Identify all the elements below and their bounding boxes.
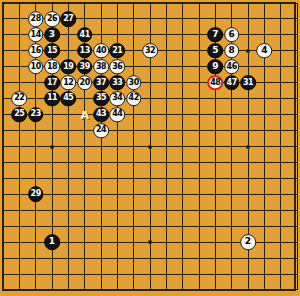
board-intersection[interactable] <box>224 170 240 186</box>
board-intersection[interactable] <box>77 250 93 266</box>
board-intersection[interactable] <box>28 234 44 250</box>
stone-black-9[interactable]: 9 <box>208 59 224 75</box>
board-intersection[interactable] <box>289 43 300 59</box>
board-intersection[interactable] <box>256 139 272 155</box>
board-intersection[interactable] <box>0 202 11 218</box>
board-intersection[interactable] <box>0 234 11 250</box>
board-intersection[interactable] <box>191 218 207 234</box>
board-intersection[interactable] <box>224 282 240 296</box>
stone-white-46[interactable]: 46 <box>224 59 240 75</box>
board-intersection[interactable] <box>175 186 191 202</box>
board-intersection[interactable] <box>28 75 44 91</box>
board-intersection[interactable] <box>60 0 76 11</box>
board-intersection[interactable] <box>11 123 27 139</box>
board-intersection[interactable] <box>240 170 256 186</box>
board-intersection[interactable] <box>289 186 300 202</box>
board-intersection[interactable] <box>28 91 44 107</box>
board-intersection[interactable] <box>158 282 174 296</box>
board-intersection[interactable] <box>273 59 289 75</box>
stone-black-25[interactable]: 25 <box>12 107 28 123</box>
board-intersection[interactable] <box>158 11 174 27</box>
board-intersection[interactable] <box>93 170 109 186</box>
board-intersection[interactable] <box>224 250 240 266</box>
stone-white-2[interactable]: 2 <box>240 234 256 250</box>
board-intersection[interactable] <box>191 27 207 43</box>
board-intersection[interactable] <box>256 170 272 186</box>
board-intersection[interactable] <box>256 282 272 296</box>
board-intersection[interactable] <box>224 218 240 234</box>
board-intersection[interactable] <box>142 75 158 91</box>
board-intersection[interactable] <box>109 282 125 296</box>
board-intersection[interactable] <box>175 282 191 296</box>
board-intersection[interactable] <box>256 11 272 27</box>
board-intersection[interactable] <box>256 27 272 43</box>
board-intersection[interactable] <box>240 0 256 11</box>
board-intersection[interactable] <box>142 282 158 296</box>
board-intersection[interactable] <box>273 107 289 123</box>
board-intersection[interactable] <box>93 139 109 155</box>
board-intersection[interactable] <box>191 154 207 170</box>
board-intersection[interactable] <box>126 234 142 250</box>
board-intersection[interactable] <box>44 170 60 186</box>
stone-white-32[interactable]: 32 <box>142 43 158 59</box>
stone-black-3[interactable]: 3 <box>44 27 60 43</box>
board-intersection[interactable] <box>60 107 76 123</box>
board-intersection[interactable] <box>273 27 289 43</box>
board-intersection[interactable] <box>207 139 223 155</box>
board-intersection[interactable] <box>60 250 76 266</box>
board-intersection[interactable] <box>191 75 207 91</box>
board-intersection[interactable] <box>207 107 223 123</box>
board-intersection[interactable] <box>0 107 11 123</box>
stone-black-5[interactable]: 5 <box>208 43 224 59</box>
board-intersection[interactable] <box>28 0 44 11</box>
board-intersection[interactable] <box>28 266 44 282</box>
board-intersection[interactable] <box>158 43 174 59</box>
board-intersection[interactable] <box>175 218 191 234</box>
board-intersection[interactable] <box>60 218 76 234</box>
board-intersection[interactable] <box>240 282 256 296</box>
board-intersection[interactable] <box>93 250 109 266</box>
stone-black-15[interactable]: 15 <box>44 43 60 59</box>
board-intersection[interactable] <box>158 170 174 186</box>
stone-black-11[interactable]: 11 <box>44 91 60 107</box>
board-intersection[interactable] <box>142 91 158 107</box>
board-intersection[interactable] <box>60 139 76 155</box>
board-intersection[interactable] <box>224 139 240 155</box>
board-intersection[interactable] <box>158 234 174 250</box>
board-intersection[interactable] <box>191 91 207 107</box>
stone-black-27[interactable]: 27 <box>61 11 77 27</box>
board-intersection[interactable] <box>191 139 207 155</box>
board-intersection[interactable] <box>256 218 272 234</box>
board-intersection[interactable] <box>77 91 93 107</box>
board-intersection[interactable] <box>224 123 240 139</box>
board-intersection[interactable] <box>207 250 223 266</box>
board-intersection[interactable] <box>77 266 93 282</box>
board-intersection[interactable] <box>77 139 93 155</box>
board-intersection[interactable] <box>93 266 109 282</box>
board-intersection[interactable] <box>158 250 174 266</box>
board-intersection[interactable] <box>109 11 125 27</box>
board-intersection[interactable] <box>44 123 60 139</box>
board-intersection[interactable] <box>273 266 289 282</box>
stone-black-13[interactable]: 13 <box>77 43 93 59</box>
board-intersection[interactable] <box>93 186 109 202</box>
board-intersection[interactable] <box>28 154 44 170</box>
stone-black-7[interactable]: 7 <box>208 27 224 43</box>
board-intersection[interactable] <box>158 154 174 170</box>
board-intersection[interactable] <box>126 123 142 139</box>
board-intersection[interactable] <box>207 186 223 202</box>
board-intersection[interactable] <box>77 11 93 27</box>
board-intersection[interactable] <box>60 170 76 186</box>
board-intersection[interactable] <box>207 266 223 282</box>
board-intersection[interactable] <box>109 139 125 155</box>
board-intersection[interactable] <box>207 202 223 218</box>
board-intersection[interactable] <box>175 202 191 218</box>
board-intersection[interactable] <box>11 202 27 218</box>
board-intersection[interactable] <box>289 27 300 43</box>
board-intersection[interactable] <box>142 170 158 186</box>
board-intersection[interactable] <box>273 282 289 296</box>
board-intersection[interactable] <box>207 0 223 11</box>
board-intersection[interactable] <box>77 123 93 139</box>
board-intersection[interactable] <box>240 11 256 27</box>
board-intersection[interactable] <box>256 59 272 75</box>
board-intersection[interactable] <box>126 154 142 170</box>
board-intersection[interactable] <box>142 218 158 234</box>
board-intersection[interactable] <box>93 11 109 27</box>
board-intersection[interactable] <box>0 0 11 11</box>
stone-black-33[interactable]: 33 <box>110 75 126 91</box>
stone-white-30[interactable]: 30 <box>126 75 142 91</box>
board-intersection[interactable] <box>273 154 289 170</box>
board-intersection[interactable] <box>158 107 174 123</box>
board-intersection[interactable] <box>175 0 191 11</box>
board-intersection[interactable] <box>191 170 207 186</box>
board-intersection[interactable] <box>273 43 289 59</box>
stone-black-43[interactable]: 43 <box>93 107 109 123</box>
board-intersection[interactable] <box>11 75 27 91</box>
board-intersection[interactable] <box>224 234 240 250</box>
stone-black-1[interactable]: 1 <box>44 234 60 250</box>
board-intersection[interactable] <box>207 11 223 27</box>
board-intersection[interactable] <box>273 11 289 27</box>
board-intersection[interactable] <box>191 186 207 202</box>
stone-white-4[interactable]: 4 <box>257 43 273 59</box>
board-intersection[interactable] <box>142 59 158 75</box>
board-intersection[interactable] <box>0 123 11 139</box>
board-intersection[interactable] <box>109 27 125 43</box>
board-intersection[interactable] <box>11 266 27 282</box>
board-intersection[interactable] <box>289 0 300 11</box>
board-intersection[interactable] <box>240 218 256 234</box>
board-intersection[interactable] <box>109 170 125 186</box>
board-intersection[interactable] <box>191 0 207 11</box>
board-intersection[interactable] <box>142 123 158 139</box>
board-intersection[interactable] <box>109 266 125 282</box>
board-intersection[interactable] <box>126 186 142 202</box>
board-intersection[interactable] <box>224 11 240 27</box>
board-intersection[interactable] <box>207 91 223 107</box>
board-intersection[interactable] <box>44 250 60 266</box>
board-intersection[interactable] <box>44 0 60 11</box>
board-intersection[interactable] <box>175 266 191 282</box>
board-intersection[interactable] <box>240 266 256 282</box>
stone-white-10[interactable]: 10 <box>28 59 44 75</box>
board-intersection[interactable] <box>289 266 300 282</box>
board-intersection[interactable] <box>126 43 142 59</box>
board-intersection[interactable] <box>175 27 191 43</box>
board-intersection[interactable] <box>256 186 272 202</box>
board-intersection[interactable] <box>224 266 240 282</box>
board-intersection[interactable] <box>191 123 207 139</box>
board-intersection[interactable] <box>175 170 191 186</box>
stone-white-26[interactable]: 26 <box>44 11 60 27</box>
board-intersection[interactable] <box>0 266 11 282</box>
board-intersection[interactable] <box>109 123 125 139</box>
board-intersection[interactable] <box>11 43 27 59</box>
board-intersection[interactable] <box>175 59 191 75</box>
board-intersection[interactable] <box>158 27 174 43</box>
board-intersection[interactable] <box>60 266 76 282</box>
stone-black-41[interactable]: 41 <box>77 27 93 43</box>
stone-white-14[interactable]: 14 <box>28 27 44 43</box>
stone-white-48[interactable]: 48 <box>208 75 224 91</box>
board-intersection[interactable] <box>60 123 76 139</box>
board-intersection[interactable] <box>224 0 240 11</box>
stone-white-40[interactable]: 40 <box>93 43 109 59</box>
board-intersection[interactable] <box>28 139 44 155</box>
board-intersection[interactable] <box>224 154 240 170</box>
board-intersection[interactable] <box>289 91 300 107</box>
board-intersection[interactable] <box>11 139 27 155</box>
board-intersection[interactable] <box>126 0 142 11</box>
board-intersection[interactable] <box>109 234 125 250</box>
board-intersection[interactable] <box>11 218 27 234</box>
board-intersection[interactable] <box>240 123 256 139</box>
board-intersection[interactable] <box>0 91 11 107</box>
stone-black-21[interactable]: 21 <box>110 43 126 59</box>
board-intersection[interactable] <box>0 218 11 234</box>
board-intersection[interactable] <box>158 91 174 107</box>
board-intersection[interactable] <box>191 107 207 123</box>
board-intersection[interactable] <box>273 75 289 91</box>
stone-white-20[interactable]: 20 <box>77 75 93 91</box>
board-intersection[interactable] <box>240 59 256 75</box>
board-intersection[interactable] <box>126 250 142 266</box>
board-intersection[interactable] <box>126 170 142 186</box>
board-intersection[interactable] <box>0 139 11 155</box>
board-intersection[interactable] <box>289 123 300 139</box>
board-intersection[interactable] <box>256 91 272 107</box>
board-intersection[interactable] <box>0 282 11 296</box>
board-intersection[interactable] <box>175 234 191 250</box>
stone-white-8[interactable]: 8 <box>224 43 240 59</box>
board-intersection[interactable] <box>289 218 300 234</box>
board-intersection[interactable] <box>289 59 300 75</box>
board-intersection[interactable] <box>44 282 60 296</box>
stone-white-24[interactable]: 24 <box>93 123 109 139</box>
board-intersection[interactable] <box>93 202 109 218</box>
board-intersection[interactable] <box>44 266 60 282</box>
board-intersection[interactable] <box>126 202 142 218</box>
board-intersection[interactable] <box>28 282 44 296</box>
board-intersection[interactable] <box>289 250 300 266</box>
board-intersection[interactable] <box>273 186 289 202</box>
board-intersection[interactable] <box>44 154 60 170</box>
board-intersection[interactable] <box>93 27 109 43</box>
board-intersection[interactable] <box>224 91 240 107</box>
stone-white-28[interactable]: 28 <box>28 11 44 27</box>
board-intersection[interactable] <box>191 202 207 218</box>
board-intersection[interactable] <box>126 218 142 234</box>
board-intersection[interactable] <box>28 218 44 234</box>
board-intersection[interactable] <box>191 11 207 27</box>
board-intersection[interactable] <box>273 139 289 155</box>
board-intersection[interactable] <box>175 250 191 266</box>
board-intersection[interactable] <box>11 234 27 250</box>
stone-black-29[interactable]: 29 <box>28 187 44 203</box>
board-intersection[interactable] <box>11 186 27 202</box>
board-intersection[interactable] <box>28 202 44 218</box>
board-intersection[interactable] <box>142 154 158 170</box>
board-intersection[interactable] <box>158 202 174 218</box>
board-intersection[interactable] <box>273 123 289 139</box>
board-intersection[interactable] <box>289 154 300 170</box>
board-intersection[interactable] <box>44 202 60 218</box>
board-intersection[interactable] <box>28 123 44 139</box>
board-intersection[interactable] <box>44 186 60 202</box>
board-intersection[interactable] <box>109 250 125 266</box>
board-intersection[interactable] <box>11 59 27 75</box>
board-intersection[interactable] <box>11 11 27 27</box>
board-intersection[interactable] <box>158 75 174 91</box>
board-intersection[interactable] <box>207 123 223 139</box>
board-intersection[interactable] <box>93 0 109 11</box>
board-intersection[interactable] <box>289 139 300 155</box>
board-intersection[interactable] <box>11 0 27 11</box>
board-intersection[interactable] <box>93 218 109 234</box>
board-intersection[interactable] <box>240 91 256 107</box>
board-intersection[interactable] <box>191 282 207 296</box>
board-intersection[interactable] <box>256 0 272 11</box>
board-intersection[interactable] <box>175 107 191 123</box>
board-intersection[interactable] <box>109 186 125 202</box>
stone-white-42[interactable]: 42 <box>126 91 142 107</box>
board-intersection[interactable] <box>175 123 191 139</box>
board-intersection[interactable] <box>289 234 300 250</box>
board-intersection[interactable] <box>109 218 125 234</box>
stone-white-36[interactable]: 36 <box>110 59 126 75</box>
board-intersection[interactable] <box>126 266 142 282</box>
board-intersection[interactable] <box>240 107 256 123</box>
board-intersection[interactable] <box>289 75 300 91</box>
board-intersection[interactable] <box>289 282 300 296</box>
board-intersection[interactable] <box>289 107 300 123</box>
board-intersection[interactable] <box>158 139 174 155</box>
board-intersection[interactable] <box>11 250 27 266</box>
board-intersection[interactable] <box>0 11 11 27</box>
board-intersection[interactable] <box>289 202 300 218</box>
board-intersection[interactable] <box>60 154 76 170</box>
board-intersection[interactable] <box>126 27 142 43</box>
board-intersection[interactable] <box>28 250 44 266</box>
board-intersection[interactable] <box>93 282 109 296</box>
board-intersection[interactable] <box>126 107 142 123</box>
board-intersection[interactable] <box>11 27 27 43</box>
board-intersection[interactable] <box>28 170 44 186</box>
board-intersection[interactable] <box>175 91 191 107</box>
board-intersection[interactable] <box>191 234 207 250</box>
board-intersection[interactable] <box>240 27 256 43</box>
board-intersection[interactable] <box>289 11 300 27</box>
board-intersection[interactable] <box>273 234 289 250</box>
board-intersection[interactable] <box>224 186 240 202</box>
board-intersection[interactable] <box>207 234 223 250</box>
board-intersection[interactable] <box>273 218 289 234</box>
board-intersection[interactable] <box>126 139 142 155</box>
board-intersection[interactable] <box>0 154 11 170</box>
stone-white-12[interactable]: 12 <box>61 75 77 91</box>
board-intersection[interactable] <box>224 202 240 218</box>
board-intersection[interactable] <box>158 266 174 282</box>
board-intersection[interactable] <box>158 123 174 139</box>
board-intersection[interactable] <box>289 170 300 186</box>
board-intersection[interactable] <box>77 202 93 218</box>
board-intersection[interactable] <box>256 202 272 218</box>
board-intersection[interactable] <box>273 250 289 266</box>
stone-black-23[interactable]: 23 <box>28 107 44 123</box>
board-intersection[interactable] <box>77 170 93 186</box>
board-intersection[interactable] <box>158 0 174 11</box>
board-intersection[interactable] <box>142 0 158 11</box>
board-intersection[interactable] <box>158 186 174 202</box>
board-intersection[interactable] <box>126 59 142 75</box>
stone-black-35[interactable]: 35 <box>93 91 109 107</box>
board-intersection[interactable] <box>175 154 191 170</box>
board-intersection[interactable] <box>273 0 289 11</box>
board-intersection[interactable] <box>256 250 272 266</box>
board-intersection[interactable] <box>256 234 272 250</box>
board-intersection[interactable] <box>142 11 158 27</box>
board-intersection[interactable] <box>142 107 158 123</box>
board-intersection[interactable] <box>256 75 272 91</box>
board-intersection[interactable] <box>207 170 223 186</box>
board-intersection[interactable] <box>60 234 76 250</box>
board-intersection[interactable] <box>142 27 158 43</box>
stone-black-47[interactable]: 47 <box>224 75 240 91</box>
stone-white-6[interactable]: 6 <box>224 27 240 43</box>
board-intersection[interactable] <box>175 139 191 155</box>
board-intersection[interactable] <box>175 43 191 59</box>
board-intersection[interactable] <box>175 11 191 27</box>
board-intersection[interactable] <box>191 59 207 75</box>
board-intersection[interactable] <box>109 202 125 218</box>
board-intersection[interactable] <box>240 154 256 170</box>
board-intersection[interactable] <box>0 59 11 75</box>
stone-black-39[interactable]: 39 <box>77 59 93 75</box>
board-intersection[interactable] <box>60 43 76 59</box>
board-intersection[interactable] <box>126 282 142 296</box>
board-intersection[interactable] <box>44 218 60 234</box>
board-intersection[interactable] <box>240 250 256 266</box>
board-intersection[interactable] <box>77 218 93 234</box>
board-intersection[interactable] <box>256 266 272 282</box>
board-intersection[interactable] <box>142 266 158 282</box>
board-intersection[interactable] <box>0 170 11 186</box>
